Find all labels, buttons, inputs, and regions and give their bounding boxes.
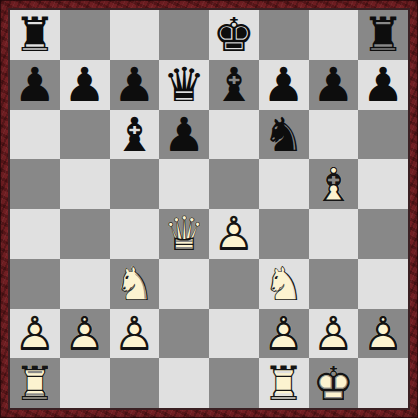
square-b1[interactable]	[60, 358, 110, 408]
piece-outline-glyph: ♙	[309, 309, 359, 359]
black-pawn[interactable]: ♟	[309, 60, 359, 110]
piece-glyph: ♟	[259, 60, 309, 110]
black-pawn[interactable]: ♟	[60, 60, 110, 110]
piece-glyph: ♜	[358, 10, 408, 60]
piece-glyph: ♚	[209, 10, 259, 60]
black-bishop[interactable]: ♝	[209, 60, 259, 110]
square-b7[interactable]: ♟	[60, 60, 110, 110]
square-a1[interactable]: ♜♖	[10, 358, 60, 408]
square-h1[interactable]	[358, 358, 408, 408]
piece-glyph: ♟	[159, 110, 209, 160]
square-d6[interactable]: ♟	[159, 110, 209, 160]
chess-board: ♜♚♜♟♟♟♛♝♟♟♟♝♟♞♝♗♛♕♟♙♞♘♞♘♟♙♟♙♟♙♟♙♟♙♟♙♜♖♜♖…	[10, 10, 408, 408]
square-f3[interactable]: ♞♘	[259, 259, 309, 309]
white-pawn[interactable]: ♟♙	[309, 309, 359, 359]
square-f8[interactable]	[259, 10, 309, 60]
square-f1[interactable]: ♜♖	[259, 358, 309, 408]
white-queen[interactable]: ♛♕	[159, 209, 209, 259]
square-b8[interactable]	[60, 10, 110, 60]
square-d5[interactable]	[159, 159, 209, 209]
white-rook[interactable]: ♜♖	[10, 358, 60, 408]
square-b3[interactable]	[60, 259, 110, 309]
square-d2[interactable]	[159, 309, 209, 359]
black-queen[interactable]: ♛	[159, 60, 209, 110]
square-f6[interactable]: ♞	[259, 110, 309, 160]
square-c4[interactable]	[110, 209, 160, 259]
piece-outline-glyph: ♘	[110, 259, 160, 309]
piece-glyph: ♞	[259, 110, 309, 160]
square-b6[interactable]	[60, 110, 110, 160]
square-b2[interactable]: ♟♙	[60, 309, 110, 359]
square-c2[interactable]: ♟♙	[110, 309, 160, 359]
piece-glyph: ♟	[358, 60, 408, 110]
piece-outline-glyph: ♘	[259, 259, 309, 309]
white-pawn[interactable]: ♟♙	[10, 309, 60, 359]
square-c8[interactable]	[110, 10, 160, 60]
square-g1[interactable]: ♚♔	[309, 358, 359, 408]
square-e3[interactable]	[209, 259, 259, 309]
white-pawn[interactable]: ♟♙	[358, 309, 408, 359]
square-a6[interactable]	[10, 110, 60, 160]
square-a7[interactable]: ♟	[10, 60, 60, 110]
white-pawn[interactable]: ♟♙	[110, 309, 160, 359]
square-a2[interactable]: ♟♙	[10, 309, 60, 359]
board-frame: ♜♚♜♟♟♟♛♝♟♟♟♝♟♞♝♗♛♕♟♙♞♘♞♘♟♙♟♙♟♙♟♙♟♙♟♙♜♖♜♖…	[0, 0, 418, 418]
square-g2[interactable]: ♟♙	[309, 309, 359, 359]
piece-glyph: ♛	[159, 60, 209, 110]
square-a8[interactable]: ♜	[10, 10, 60, 60]
square-g8[interactable]	[309, 10, 359, 60]
square-d4[interactable]: ♛♕	[159, 209, 209, 259]
square-b4[interactable]	[60, 209, 110, 259]
white-knight[interactable]: ♞♘	[110, 259, 160, 309]
piece-outline-glyph: ♙	[259, 309, 309, 359]
square-e2[interactable]	[209, 309, 259, 359]
white-bishop[interactable]: ♝♗	[309, 159, 359, 209]
square-g4[interactable]	[309, 209, 359, 259]
white-pawn[interactable]: ♟♙	[209, 209, 259, 259]
piece-glyph: ♟	[10, 60, 60, 110]
square-a5[interactable]	[10, 159, 60, 209]
piece-outline-glyph: ♙	[110, 309, 160, 359]
piece-glyph: ♝	[209, 60, 259, 110]
piece-outline-glyph: ♙	[60, 309, 110, 359]
square-d7[interactable]: ♛	[159, 60, 209, 110]
black-pawn[interactable]: ♟	[159, 110, 209, 160]
square-f4[interactable]	[259, 209, 309, 259]
black-pawn[interactable]: ♟	[110, 60, 160, 110]
square-g5[interactable]: ♝♗	[309, 159, 359, 209]
piece-outline-glyph: ♙	[358, 309, 408, 359]
square-e4[interactable]: ♟♙	[209, 209, 259, 259]
square-h8[interactable]: ♜	[358, 10, 408, 60]
square-g3[interactable]	[309, 259, 359, 309]
black-pawn[interactable]: ♟	[358, 60, 408, 110]
square-e5[interactable]	[209, 159, 259, 209]
white-knight[interactable]: ♞♘	[259, 259, 309, 309]
piece-outline-glyph: ♗	[309, 159, 359, 209]
black-rook[interactable]: ♜	[358, 10, 408, 60]
white-pawn[interactable]: ♟♙	[259, 309, 309, 359]
piece-outline-glyph: ♔	[309, 358, 359, 408]
square-f2[interactable]: ♟♙	[259, 309, 309, 359]
piece-glyph: ♟	[60, 60, 110, 110]
square-d8[interactable]	[159, 10, 209, 60]
square-c1[interactable]	[110, 358, 160, 408]
square-f5[interactable]	[259, 159, 309, 209]
square-a3[interactable]	[10, 259, 60, 309]
square-c3[interactable]: ♞♘	[110, 259, 160, 309]
piece-outline-glyph: ♖	[10, 358, 60, 408]
square-d1[interactable]	[159, 358, 209, 408]
square-g6[interactable]	[309, 110, 359, 160]
black-pawn[interactable]: ♟	[259, 60, 309, 110]
square-e8[interactable]: ♚	[209, 10, 259, 60]
square-g7[interactable]: ♟	[309, 60, 359, 110]
square-h4[interactable]	[358, 209, 408, 259]
black-rook[interactable]: ♜	[10, 10, 60, 60]
white-pawn[interactable]: ♟♙	[60, 309, 110, 359]
white-king[interactable]: ♚♔	[309, 358, 359, 408]
square-c6[interactable]: ♝	[110, 110, 160, 160]
square-f7[interactable]: ♟	[259, 60, 309, 110]
black-pawn[interactable]: ♟	[10, 60, 60, 110]
square-e6[interactable]	[209, 110, 259, 160]
square-c7[interactable]: ♟	[110, 60, 160, 110]
piece-glyph: ♜	[10, 10, 60, 60]
white-rook[interactable]: ♜♖	[259, 358, 309, 408]
square-e7[interactable]: ♝	[209, 60, 259, 110]
black-knight[interactable]: ♞	[259, 110, 309, 160]
square-h3[interactable]	[358, 259, 408, 309]
square-a4[interactable]	[10, 209, 60, 259]
square-b5[interactable]	[60, 159, 110, 209]
square-h2[interactable]: ♟♙	[358, 309, 408, 359]
piece-outline-glyph: ♙	[209, 209, 259, 259]
square-h7[interactable]: ♟	[358, 60, 408, 110]
square-d3[interactable]	[159, 259, 209, 309]
black-bishop[interactable]: ♝	[110, 110, 160, 160]
piece-glyph: ♝	[110, 110, 160, 160]
square-h5[interactable]	[358, 159, 408, 209]
piece-glyph: ♟	[309, 60, 359, 110]
piece-glyph: ♟	[110, 60, 160, 110]
square-c5[interactable]	[110, 159, 160, 209]
square-h6[interactable]	[358, 110, 408, 160]
piece-outline-glyph: ♕	[159, 209, 209, 259]
black-king[interactable]: ♚	[209, 10, 259, 60]
piece-outline-glyph: ♖	[259, 358, 309, 408]
piece-outline-glyph: ♙	[10, 309, 60, 359]
square-e1[interactable]	[209, 358, 259, 408]
